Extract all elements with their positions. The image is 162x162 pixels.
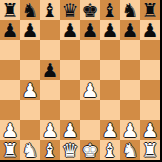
square-a1[interactable]: ♜ bbox=[0, 140, 20, 160]
square-g3[interactable] bbox=[120, 100, 140, 120]
square-h1[interactable]: ♜ bbox=[140, 140, 160, 160]
square-c1[interactable]: ♝ bbox=[40, 140, 60, 160]
white-king-e1[interactable]: ♚ bbox=[81, 140, 98, 160]
square-h4[interactable] bbox=[140, 80, 160, 100]
black-pawn-c5[interactable]: ♟ bbox=[41, 60, 58, 80]
square-e8[interactable]: ♚ bbox=[80, 0, 100, 20]
square-c3[interactable] bbox=[40, 100, 60, 120]
square-b6[interactable] bbox=[20, 40, 40, 60]
square-b7[interactable]: ♟ bbox=[20, 20, 40, 40]
square-f4[interactable] bbox=[100, 80, 120, 100]
square-d7[interactable]: ♟ bbox=[60, 20, 80, 40]
square-e1[interactable]: ♚ bbox=[80, 140, 100, 160]
black-pawn-h7[interactable]: ♟ bbox=[141, 20, 158, 40]
black-rook-h8[interactable]: ♜ bbox=[141, 0, 158, 20]
square-e2[interactable] bbox=[80, 120, 100, 140]
white-bishop-c1[interactable]: ♝ bbox=[41, 140, 58, 160]
white-pawn-d2[interactable]: ♟ bbox=[61, 120, 78, 140]
square-a8[interactable]: ♜ bbox=[0, 0, 20, 20]
square-g2[interactable]: ♟ bbox=[120, 120, 140, 140]
white-rook-a1[interactable]: ♜ bbox=[1, 140, 18, 160]
square-a4[interactable] bbox=[0, 80, 20, 100]
black-rook-a8[interactable]: ♜ bbox=[1, 0, 18, 20]
square-d1[interactable]: ♛ bbox=[60, 140, 80, 160]
square-f1[interactable]: ♝ bbox=[100, 140, 120, 160]
square-f7[interactable]: ♟ bbox=[100, 20, 120, 40]
black-pawn-b7[interactable]: ♟ bbox=[21, 20, 38, 40]
square-d6[interactable] bbox=[60, 40, 80, 60]
square-b8[interactable]: ♞ bbox=[20, 0, 40, 20]
square-h6[interactable] bbox=[140, 40, 160, 60]
square-f8[interactable]: ♝ bbox=[100, 0, 120, 20]
white-pawn-h2[interactable]: ♟ bbox=[141, 120, 158, 140]
black-knight-g8[interactable]: ♞ bbox=[121, 0, 138, 20]
square-a3[interactable] bbox=[0, 100, 20, 120]
square-c2[interactable]: ♟ bbox=[40, 120, 60, 140]
square-c8[interactable]: ♝ bbox=[40, 0, 60, 20]
square-c7[interactable] bbox=[40, 20, 60, 40]
chess-board: ♜♞♝♛♚♝♞♜♟♟♟♟♟♟♟♟♟♟♟♟♟♟♟♟♜♞♝♛♚♝♞♜ bbox=[0, 0, 162, 162]
square-c4[interactable] bbox=[40, 80, 60, 100]
square-h2[interactable]: ♟ bbox=[140, 120, 160, 140]
black-bishop-f8[interactable]: ♝ bbox=[101, 0, 118, 20]
square-h3[interactable] bbox=[140, 100, 160, 120]
square-f2[interactable]: ♟ bbox=[100, 120, 120, 140]
square-e6[interactable] bbox=[80, 40, 100, 60]
square-f5[interactable] bbox=[100, 60, 120, 80]
square-c6[interactable] bbox=[40, 40, 60, 60]
black-knight-b8[interactable]: ♞ bbox=[21, 0, 38, 20]
white-pawn-a2[interactable]: ♟ bbox=[1, 120, 18, 140]
black-bishop-c8[interactable]: ♝ bbox=[41, 0, 58, 20]
square-e7[interactable]: ♟ bbox=[80, 20, 100, 40]
square-b2[interactable] bbox=[20, 120, 40, 140]
black-pawn-g7[interactable]: ♟ bbox=[121, 20, 138, 40]
chess-board-window: ♜♞♝♛♚♝♞♜♟♟♟♟♟♟♟♟♟♟♟♟♟♟♟♟♜♞♝♛♚♝♞♜ bbox=[0, 0, 162, 162]
square-d4[interactable] bbox=[60, 80, 80, 100]
square-e3[interactable] bbox=[80, 100, 100, 120]
white-bishop-f1[interactable]: ♝ bbox=[101, 140, 118, 160]
square-g8[interactable]: ♞ bbox=[120, 0, 140, 20]
square-h7[interactable]: ♟ bbox=[140, 20, 160, 40]
square-b3[interactable] bbox=[20, 100, 40, 120]
square-b4[interactable]: ♟ bbox=[20, 80, 40, 100]
square-a2[interactable]: ♟ bbox=[0, 120, 20, 140]
white-pawn-c2[interactable]: ♟ bbox=[41, 120, 58, 140]
square-a6[interactable] bbox=[0, 40, 20, 60]
square-g1[interactable]: ♞ bbox=[120, 140, 140, 160]
white-pawn-e4[interactable]: ♟ bbox=[81, 80, 98, 100]
black-pawn-a7[interactable]: ♟ bbox=[1, 20, 18, 40]
square-d3[interactable] bbox=[60, 100, 80, 120]
white-queen-d1[interactable]: ♛ bbox=[61, 140, 78, 160]
square-g5[interactable] bbox=[120, 60, 140, 80]
square-e4[interactable]: ♟ bbox=[80, 80, 100, 100]
square-f3[interactable] bbox=[100, 100, 120, 120]
square-h8[interactable]: ♜ bbox=[140, 0, 160, 20]
black-king-e8[interactable]: ♚ bbox=[81, 0, 98, 20]
white-pawn-f2[interactable]: ♟ bbox=[101, 120, 118, 140]
white-pawn-b4[interactable]: ♟ bbox=[21, 80, 38, 100]
white-pawn-g2[interactable]: ♟ bbox=[121, 120, 138, 140]
black-pawn-d7[interactable]: ♟ bbox=[61, 20, 78, 40]
white-knight-g1[interactable]: ♞ bbox=[121, 140, 138, 160]
white-rook-h1[interactable]: ♜ bbox=[141, 140, 158, 160]
square-a7[interactable]: ♟ bbox=[0, 20, 20, 40]
white-knight-b1[interactable]: ♞ bbox=[21, 140, 38, 160]
black-queen-d8[interactable]: ♛ bbox=[61, 0, 78, 20]
square-d8[interactable]: ♛ bbox=[60, 0, 80, 20]
black-pawn-f7[interactable]: ♟ bbox=[101, 20, 118, 40]
square-h5[interactable] bbox=[140, 60, 160, 80]
square-d2[interactable]: ♟ bbox=[60, 120, 80, 140]
square-c5[interactable]: ♟ bbox=[40, 60, 60, 80]
black-pawn-e7[interactable]: ♟ bbox=[81, 20, 98, 40]
square-g6[interactable] bbox=[120, 40, 140, 60]
square-a5[interactable] bbox=[0, 60, 20, 80]
square-b1[interactable]: ♞ bbox=[20, 140, 40, 160]
square-b5[interactable] bbox=[20, 60, 40, 80]
square-g4[interactable] bbox=[120, 80, 140, 100]
square-f6[interactable] bbox=[100, 40, 120, 60]
square-e5[interactable] bbox=[80, 60, 100, 80]
square-g7[interactable]: ♟ bbox=[120, 20, 140, 40]
square-d5[interactable] bbox=[60, 60, 80, 80]
